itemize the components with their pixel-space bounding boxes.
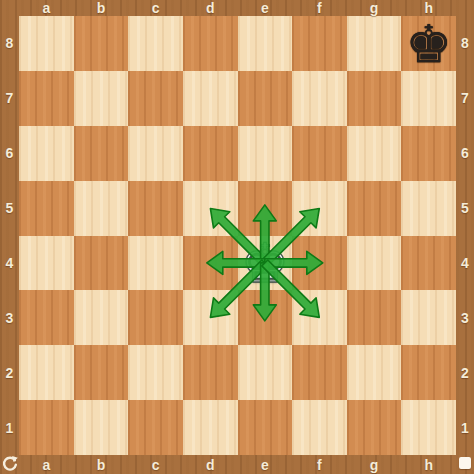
square-f4[interactable] (292, 236, 347, 291)
square-a5[interactable] (19, 181, 74, 236)
square-g1[interactable] (347, 400, 402, 455)
file-labels-bottom: abcdefgh (19, 455, 456, 474)
rotate-board-icon[interactable] (1, 455, 19, 472)
square-b1[interactable] (74, 400, 129, 455)
stop-icon[interactable] (459, 457, 471, 469)
square-h1[interactable] (401, 400, 456, 455)
square-e5[interactable] (238, 181, 293, 236)
file-label-a: a (19, 0, 74, 16)
square-b2[interactable] (74, 345, 129, 400)
square-e6[interactable] (238, 126, 293, 181)
rank-label-4: 4 (0, 236, 19, 291)
square-a4[interactable] (19, 236, 74, 291)
square-b5[interactable] (74, 181, 129, 236)
square-g8[interactable] (347, 16, 402, 71)
square-h3[interactable] (401, 290, 456, 345)
square-a8[interactable] (19, 16, 74, 71)
file-label-f: f (292, 455, 347, 474)
file-label-h: h (401, 455, 456, 474)
square-f6[interactable] (292, 126, 347, 181)
square-h7[interactable] (401, 71, 456, 126)
square-f3[interactable] (292, 290, 347, 345)
rank-label-1: 1 (456, 400, 474, 455)
square-c3[interactable] (128, 290, 183, 345)
square-f2[interactable] (292, 345, 347, 400)
square-f5[interactable] (292, 181, 347, 236)
rank-labels-left: 87654321 (0, 16, 19, 455)
file-label-g: g (347, 455, 402, 474)
square-d5[interactable] (183, 181, 238, 236)
square-c6[interactable] (128, 126, 183, 181)
square-d8[interactable] (183, 16, 238, 71)
square-c4[interactable] (128, 236, 183, 291)
square-g7[interactable] (347, 71, 402, 126)
square-a1[interactable] (19, 400, 74, 455)
square-d2[interactable] (183, 345, 238, 400)
square-e7[interactable] (238, 71, 293, 126)
rank-label-1: 1 (0, 400, 19, 455)
square-a7[interactable] (19, 71, 74, 126)
rank-label-5: 5 (0, 181, 19, 236)
square-c7[interactable] (128, 71, 183, 126)
rank-label-4: 4 (456, 236, 474, 291)
file-label-f: f (292, 0, 347, 16)
square-g2[interactable] (347, 345, 402, 400)
rank-label-7: 7 (0, 71, 19, 126)
rank-label-3: 3 (456, 290, 474, 345)
square-e8[interactable] (238, 16, 293, 71)
square-c2[interactable] (128, 345, 183, 400)
square-d3[interactable] (183, 290, 238, 345)
rank-label-3: 3 (0, 290, 19, 345)
file-labels-top: abcdefgh (19, 0, 456, 16)
square-h6[interactable] (401, 126, 456, 181)
square-g3[interactable] (347, 290, 402, 345)
file-label-g: g (347, 0, 402, 16)
rank-label-8: 8 (0, 16, 19, 71)
square-c5[interactable] (128, 181, 183, 236)
rank-label-8: 8 (456, 16, 474, 71)
square-f7[interactable] (292, 71, 347, 126)
square-g4[interactable] (347, 236, 402, 291)
square-a6[interactable] (19, 126, 74, 181)
piece-white-king-e4[interactable]: ♚ (238, 236, 293, 291)
square-f1[interactable] (292, 400, 347, 455)
square-a3[interactable] (19, 290, 74, 345)
rank-label-7: 7 (456, 71, 474, 126)
rank-label-6: 6 (456, 126, 474, 181)
square-h4[interactable] (401, 236, 456, 291)
square-b3[interactable] (74, 290, 129, 345)
square-e3[interactable] (238, 290, 293, 345)
rank-label-6: 6 (0, 126, 19, 181)
square-d7[interactable] (183, 71, 238, 126)
square-b4[interactable] (74, 236, 129, 291)
square-h2[interactable] (401, 345, 456, 400)
square-a2[interactable] (19, 345, 74, 400)
square-b7[interactable] (74, 71, 129, 126)
rank-label-2: 2 (0, 345, 19, 400)
file-label-d: d (183, 0, 238, 16)
square-f8[interactable] (292, 16, 347, 71)
square-d4[interactable] (183, 236, 238, 291)
file-label-b: b (74, 455, 129, 474)
square-e2[interactable] (238, 345, 293, 400)
file-label-e: e (238, 455, 293, 474)
file-label-b: b (74, 0, 129, 16)
file-label-c: c (128, 0, 183, 16)
square-d1[interactable] (183, 400, 238, 455)
square-g6[interactable] (347, 126, 402, 181)
file-label-e: e (238, 0, 293, 16)
square-d6[interactable] (183, 126, 238, 181)
file-label-d: d (183, 455, 238, 474)
file-label-a: a (19, 455, 74, 474)
square-b8[interactable] (74, 16, 129, 71)
square-c8[interactable] (128, 16, 183, 71)
square-b6[interactable] (74, 126, 129, 181)
square-c1[interactable] (128, 400, 183, 455)
square-h5[interactable] (401, 181, 456, 236)
file-label-c: c (128, 455, 183, 474)
rank-label-5: 5 (456, 181, 474, 236)
piece-black-king-h8[interactable]: ♚ (401, 16, 456, 71)
rank-labels-right: 87654321 (456, 16, 474, 455)
chessboard-widget: abcdefgh abcdefgh 87654321 87654321 ♚♚ (0, 0, 474, 474)
square-e1[interactable] (238, 400, 293, 455)
square-g5[interactable] (347, 181, 402, 236)
rank-label-2: 2 (456, 345, 474, 400)
